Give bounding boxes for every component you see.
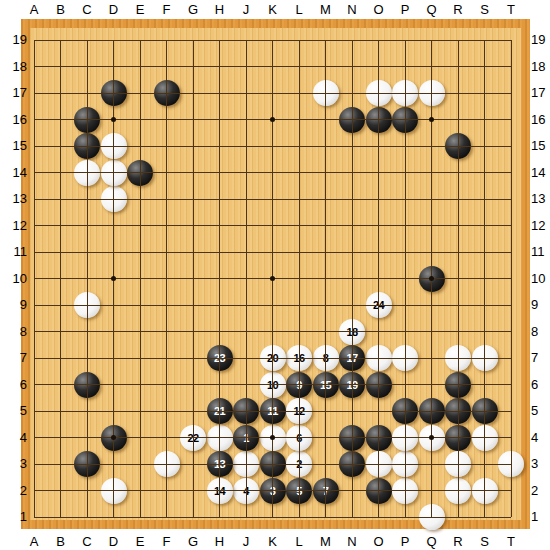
grid-horizontal-line bbox=[34, 358, 511, 359]
grid-vertical-line bbox=[325, 40, 326, 517]
coord-bottom-J: J bbox=[237, 534, 255, 550]
grid-horizontal-line bbox=[34, 305, 511, 306]
coord-bottom-E: E bbox=[131, 534, 149, 550]
coord-bottom-A: A bbox=[25, 534, 43, 550]
coord-top-O: O bbox=[370, 2, 388, 18]
coord-left-6: 6 bbox=[3, 377, 27, 393]
coord-top-N: N bbox=[343, 2, 361, 18]
coord-left-12: 12 bbox=[3, 218, 27, 234]
coord-left-13: 13 bbox=[3, 191, 27, 207]
coord-top-B: B bbox=[52, 2, 70, 18]
coord-left-17: 17 bbox=[3, 85, 27, 101]
coord-bottom-P: P bbox=[396, 534, 414, 550]
star-point-D10 bbox=[111, 276, 116, 281]
grid-horizontal-line bbox=[34, 464, 511, 465]
coord-bottom-R: R bbox=[449, 534, 467, 550]
coord-bottom-F: F bbox=[158, 534, 176, 550]
coord-left-14: 14 bbox=[3, 165, 27, 181]
coord-top-C: C bbox=[78, 2, 96, 18]
coord-right-3: 3 bbox=[531, 456, 550, 472]
coord-left-4: 4 bbox=[3, 430, 27, 446]
coord-bottom-N: N bbox=[343, 534, 361, 550]
coord-right-18: 18 bbox=[531, 59, 550, 75]
grid-vertical-line bbox=[378, 40, 379, 517]
star-point-D16 bbox=[111, 117, 116, 122]
coord-left-3: 3 bbox=[3, 456, 27, 472]
coord-right-10: 10 bbox=[531, 271, 550, 287]
star-point-K4 bbox=[270, 435, 275, 440]
coord-top-M: M bbox=[317, 2, 335, 18]
coord-left-10: 10 bbox=[3, 271, 27, 287]
coord-right-1: 1 bbox=[531, 509, 550, 525]
coord-bottom-M: M bbox=[317, 534, 335, 550]
coord-right-5: 5 bbox=[531, 403, 550, 419]
coord-top-E: E bbox=[131, 2, 149, 18]
coord-right-8: 8 bbox=[531, 324, 550, 340]
coord-top-G: G bbox=[184, 2, 202, 18]
coord-right-17: 17 bbox=[531, 85, 550, 101]
coord-right-4: 4 bbox=[531, 430, 550, 446]
coord-right-2: 2 bbox=[531, 483, 550, 499]
grid-horizontal-line bbox=[34, 517, 511, 518]
coord-bottom-O: O bbox=[370, 534, 388, 550]
coord-left-5: 5 bbox=[3, 403, 27, 419]
coord-top-F: F bbox=[158, 2, 176, 18]
coord-bottom-D: D bbox=[105, 534, 123, 550]
coord-right-13: 13 bbox=[531, 191, 550, 207]
coord-top-P: P bbox=[396, 2, 414, 18]
coord-bottom-C: C bbox=[78, 534, 96, 550]
grid-vertical-line bbox=[484, 40, 485, 517]
coord-left-16: 16 bbox=[3, 112, 27, 128]
coord-left-19: 19 bbox=[3, 32, 27, 48]
grid-vertical-line bbox=[352, 40, 353, 517]
coord-left-15: 15 bbox=[3, 138, 27, 154]
grid-vertical-line bbox=[458, 40, 459, 517]
coord-right-9: 9 bbox=[531, 297, 550, 313]
coord-bottom-H: H bbox=[211, 534, 229, 550]
coord-top-K: K bbox=[264, 2, 282, 18]
coord-right-16: 16 bbox=[531, 112, 550, 128]
star-point-Q16 bbox=[429, 117, 434, 122]
coord-bottom-Q: Q bbox=[423, 534, 441, 550]
coord-top-D: D bbox=[105, 2, 123, 18]
coord-top-S: S bbox=[476, 2, 494, 18]
coord-top-A: A bbox=[25, 2, 43, 18]
coord-bottom-L: L bbox=[290, 534, 308, 550]
coord-bottom-T: T bbox=[502, 534, 520, 550]
coord-left-1: 1 bbox=[3, 509, 27, 525]
coord-top-L: L bbox=[290, 2, 308, 18]
coord-top-H: H bbox=[211, 2, 229, 18]
grid-horizontal-line bbox=[34, 411, 511, 412]
coord-top-T: T bbox=[502, 2, 520, 18]
coord-left-8: 8 bbox=[3, 324, 27, 340]
coord-top-Q: Q bbox=[423, 2, 441, 18]
grid-horizontal-line bbox=[34, 331, 511, 332]
coord-right-14: 14 bbox=[531, 165, 550, 181]
grid-horizontal-line bbox=[34, 384, 511, 385]
coord-left-11: 11 bbox=[3, 244, 27, 260]
coord-right-12: 12 bbox=[531, 218, 550, 234]
star-point-Q4 bbox=[429, 435, 434, 440]
coord-bottom-S: S bbox=[476, 534, 494, 550]
coord-bottom-B: B bbox=[52, 534, 70, 550]
grid-vertical-line bbox=[299, 40, 300, 517]
coord-top-R: R bbox=[449, 2, 467, 18]
star-point-Q10 bbox=[429, 276, 434, 281]
star-point-K10 bbox=[270, 276, 275, 281]
coord-right-19: 19 bbox=[531, 32, 550, 48]
coord-left-7: 7 bbox=[3, 350, 27, 366]
star-point-D4 bbox=[111, 435, 116, 440]
coord-right-6: 6 bbox=[531, 377, 550, 393]
coord-bottom-G: G bbox=[184, 534, 202, 550]
coord-right-15: 15 bbox=[531, 138, 550, 154]
coord-left-2: 2 bbox=[3, 483, 27, 499]
star-point-K16 bbox=[270, 117, 275, 122]
coord-right-11: 11 bbox=[531, 244, 550, 260]
coord-right-7: 7 bbox=[531, 350, 550, 366]
coord-left-18: 18 bbox=[3, 59, 27, 75]
coord-left-9: 9 bbox=[3, 297, 27, 313]
grid-horizontal-line bbox=[34, 490, 511, 491]
coord-bottom-K: K bbox=[264, 534, 282, 550]
coord-top-J: J bbox=[237, 2, 255, 18]
grid-vertical-line bbox=[405, 40, 406, 517]
grid-vertical-line bbox=[511, 40, 512, 517]
go-board-diagram: AABBCCDDEEFFGGHHJJKKLLMMNNOOPPQQRRSSTT19… bbox=[0, 0, 550, 550]
